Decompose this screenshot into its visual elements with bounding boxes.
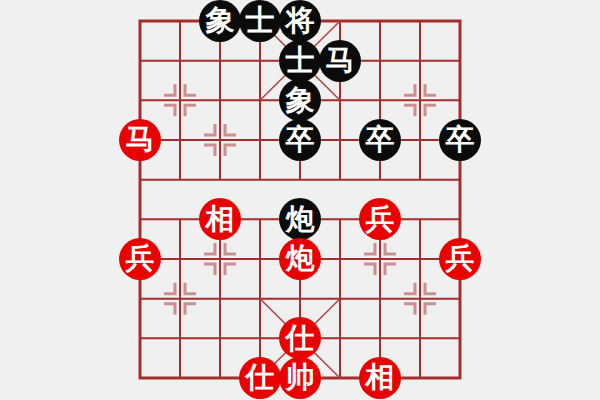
piece-black-pawn[interactable]: 卒 (359, 119, 401, 161)
piece-black-elephant[interactable]: 象 (279, 79, 321, 121)
piece-red-pawn[interactable]: 兵 (119, 238, 161, 280)
piece-red-elephant[interactable]: 相 (199, 198, 241, 240)
piece-red-pawn[interactable]: 兵 (359, 198, 401, 240)
piece-black-advisor[interactable]: 士 (239, 0, 281, 42)
piece-red-general[interactable]: 帅 (279, 357, 321, 399)
piece-black-pawn[interactable]: 卒 (439, 119, 481, 161)
piece-red-advisor[interactable]: 仕 (239, 357, 281, 399)
piece-red-elephant[interactable]: 相 (359, 357, 401, 399)
piece-red-cannon[interactable]: 炮 (279, 238, 321, 280)
piece-red-pawn[interactable]: 兵 (439, 238, 481, 280)
xiangqi-board: 象士将士马象马卒卒卒相炮兵兵炮兵仕仕帅相 (0, 0, 600, 400)
piece-black-general[interactable]: 将 (279, 0, 321, 42)
piece-red-horse[interactable]: 马 (119, 119, 161, 161)
board-pieces-layer: 象士将士马象马卒卒卒相炮兵兵炮兵仕仕帅相 (120, 1, 480, 398)
piece-black-pawn[interactable]: 卒 (279, 119, 321, 161)
piece-red-advisor[interactable]: 仕 (279, 317, 321, 359)
piece-black-cannon[interactable]: 炮 (279, 198, 321, 240)
piece-black-elephant[interactable]: 象 (199, 0, 241, 42)
piece-black-advisor[interactable]: 士 (279, 40, 321, 82)
piece-black-horse[interactable]: 马 (319, 40, 361, 82)
